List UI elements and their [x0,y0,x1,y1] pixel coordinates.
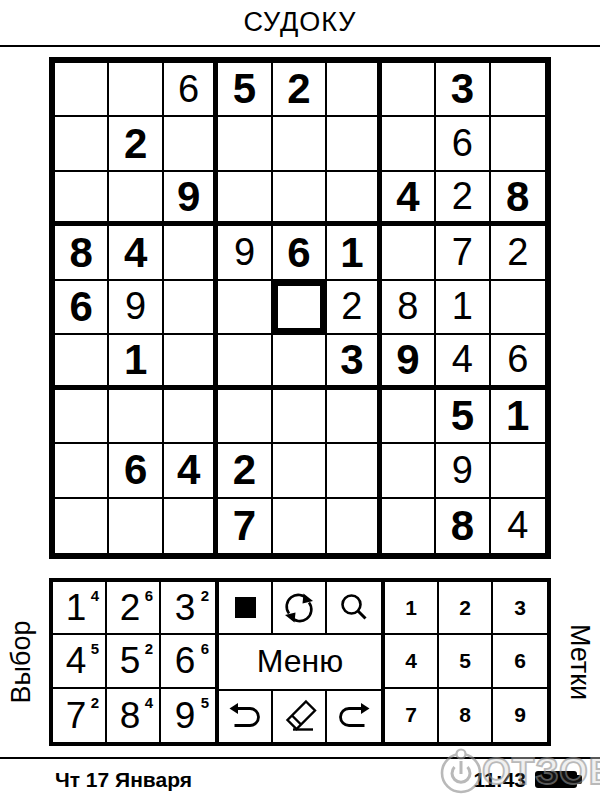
cell-r6c5[interactable] [273,335,327,389]
cell-r8c6[interactable] [327,444,381,498]
select-key-count: 2 [145,640,153,657]
cell-r2c1[interactable] [55,117,109,171]
cell-r8c7[interactable] [382,444,436,498]
cell-r4c2[interactable]: 4 [109,226,163,280]
menu-button[interactable]: Меню [219,635,381,688]
page-title: СУДОКУ [243,7,356,38]
cell-r7c6[interactable] [327,390,381,444]
mark-key-6[interactable]: 6 [493,635,547,688]
cell-r6c2[interactable]: 1 [109,335,163,389]
cell-r4c7[interactable] [382,226,436,280]
redo-button[interactable] [327,691,381,742]
select-key-6[interactable]: 66 [161,635,215,688]
status-date: Чт 17 Января [55,768,192,792]
cell-r4c4[interactable]: 9 [218,226,272,280]
cell-r9c6[interactable] [327,499,381,553]
cell-r9c7[interactable] [382,499,436,553]
status-right-group: 11:43 [473,768,577,792]
cell-r1c3[interactable]: 6 [164,63,218,117]
cell-r9c3[interactable] [164,499,218,553]
cell-r9c1[interactable] [55,499,109,553]
cell-r8c8[interactable]: 9 [436,444,490,498]
cell-r6c1[interactable] [55,335,109,389]
cell-r4c1[interactable]: 8 [55,226,109,280]
sudoku-board: 652326942884961726928113946516429784 [49,57,551,559]
select-key-2[interactable]: 26 [107,582,161,635]
cell-r7c3[interactable] [164,390,218,444]
cell-r5c7[interactable]: 8 [382,281,436,335]
mark-key-2[interactable]: 2 [439,582,493,635]
keypad: 142632455266728495 [49,578,551,746]
cell-r2c2[interactable]: 2 [109,117,163,171]
cell-r6c7[interactable]: 9 [382,335,436,389]
cell-r1c9[interactable] [491,63,545,117]
select-pad: 142632455266728495 [53,582,215,742]
select-key-digit: 8 [120,697,141,734]
select-key-7[interactable]: 72 [53,689,107,742]
cell-r9c4[interactable]: 7 [218,499,272,553]
cell-r5c6[interactable]: 2 [327,281,381,335]
cell-r5c4[interactable] [218,281,272,335]
cell-r9c8[interactable]: 8 [436,499,490,553]
cell-r2c8[interactable]: 6 [436,117,490,171]
tool-section: Меню [215,582,385,742]
cell-r6c6[interactable]: 3 [327,335,381,389]
mark-key-1[interactable]: 1 [385,582,439,635]
stop-square-button[interactable] [219,582,273,633]
cell-r8c1[interactable] [55,444,109,498]
stop-square-icon [235,597,256,618]
cell-r2c7[interactable] [382,117,436,171]
cell-r2c4[interactable] [218,117,272,171]
cell-r7c5[interactable] [273,390,327,444]
select-key-digit: 1 [66,589,87,626]
select-pad-label: Выбор [6,621,37,704]
cell-r3c9[interactable]: 8 [491,172,545,226]
select-key-count: 6 [145,587,153,604]
cell-r2c9[interactable] [491,117,545,171]
cell-r6c4[interactable] [218,335,272,389]
mark-key-8[interactable]: 8 [439,689,493,742]
menu-label: Меню [257,643,343,680]
cell-r5c3[interactable] [164,281,218,335]
select-key-count: 4 [91,587,99,604]
zoom-icon [337,591,371,625]
undo-icon [227,699,263,733]
mark-key-7[interactable]: 7 [385,689,439,742]
cell-r7c8[interactable]: 5 [436,390,490,444]
cell-r3c5[interactable] [273,172,327,226]
cell-r7c2[interactable] [109,390,163,444]
cell-r5c5[interactable] [273,281,327,335]
eraser-icon [280,698,318,734]
cell-r3c7[interactable]: 4 [382,172,436,226]
mark-key-9[interactable]: 9 [493,689,547,742]
cell-r2c6[interactable] [327,117,381,171]
cell-r1c7[interactable] [382,63,436,117]
select-key-digit: 5 [120,642,141,679]
cell-r9c2[interactable] [109,499,163,553]
cell-r4c8[interactable]: 7 [436,226,490,280]
cell-r3c2[interactable] [109,172,163,226]
select-key-count: 6 [201,640,209,657]
select-key-digit: 7 [66,697,87,734]
mark-key-3[interactable]: 3 [493,582,547,635]
cell-r9c9[interactable]: 4 [491,499,545,553]
select-key-digit: 2 [120,589,141,626]
cell-r5c1[interactable]: 6 [55,281,109,335]
select-key-digit: 4 [66,642,87,679]
cell-r1c6[interactable] [327,63,381,117]
cell-r5c9[interactable] [491,281,545,335]
cell-r5c8[interactable]: 1 [436,281,490,335]
mark-key-5[interactable]: 5 [439,635,493,688]
restart-icon [280,589,318,627]
sudoku-app-screen: СУДОКУ 652326942884961726928113946516429… [0,0,600,800]
marks-pad: 123456789 [385,582,547,742]
cell-r6c8[interactable]: 4 [436,335,490,389]
zoom-button[interactable] [327,582,381,633]
cell-r1c2[interactable] [109,63,163,117]
cell-r4c3[interactable] [164,226,218,280]
cell-r8c2[interactable]: 6 [109,444,163,498]
header: СУДОКУ [0,0,600,47]
status-clock: 11:43 [473,768,526,792]
cell-r1c8[interactable]: 3 [436,63,490,117]
marks-pad-label: Метки [564,624,595,700]
cell-r2c5[interactable] [273,117,327,171]
select-key-8[interactable]: 84 [107,689,161,742]
eraser-button[interactable] [273,691,327,742]
cell-r3c6[interactable] [327,172,381,226]
select-key-9[interactable]: 95 [161,689,215,742]
redo-icon [336,699,372,733]
select-key-1[interactable]: 14 [53,582,107,635]
cell-r1c5[interactable]: 2 [273,63,327,117]
select-key-count: 5 [201,694,209,711]
cell-r7c9[interactable]: 1 [491,390,545,444]
tool-row-top [219,582,381,635]
cell-r3c8[interactable]: 2 [436,172,490,226]
mark-key-4[interactable]: 4 [385,635,439,688]
cell-r4c9[interactable]: 2 [491,226,545,280]
undo-button[interactable] [219,691,273,742]
cell-r6c9[interactable]: 6 [491,335,545,389]
cell-r8c9[interactable] [491,444,545,498]
cell-r1c4[interactable]: 5 [218,63,272,117]
select-key-count: 4 [145,694,153,711]
cell-r6c3[interactable] [164,335,218,389]
cell-r7c4[interactable] [218,390,272,444]
cell-r5c2[interactable]: 9 [109,281,163,335]
cell-r4c6[interactable]: 1 [327,226,381,280]
restart-button[interactable] [273,582,327,633]
select-key-digit: 3 [175,589,196,626]
cell-r2c3[interactable] [164,117,218,171]
status-bar: Чт 17 Января 11:43 [0,757,600,800]
select-key-count: 5 [91,640,99,657]
cell-r8c4[interactable]: 2 [218,444,272,498]
select-key-digit: 9 [175,697,196,734]
cell-r7c7[interactable] [382,390,436,444]
cell-r8c5[interactable] [273,444,327,498]
select-key-5[interactable]: 52 [107,635,161,688]
battery-icon [535,771,577,788]
cell-r8c3[interactable]: 4 [164,444,218,498]
cell-r1c1[interactable] [55,63,109,117]
select-key-4[interactable]: 45 [53,635,107,688]
select-key-digit: 6 [175,642,196,679]
cell-r3c3[interactable]: 9 [164,172,218,226]
cell-r3c1[interactable] [55,172,109,226]
tool-row-bottom [219,689,381,742]
cell-r7c1[interactable] [55,390,109,444]
cell-r3c4[interactable] [218,172,272,226]
select-key-3[interactable]: 32 [161,582,215,635]
select-key-count: 2 [91,694,99,711]
cell-r9c5[interactable] [273,499,327,553]
cell-r4c5[interactable]: 6 [273,226,327,280]
select-key-count: 2 [201,587,209,604]
